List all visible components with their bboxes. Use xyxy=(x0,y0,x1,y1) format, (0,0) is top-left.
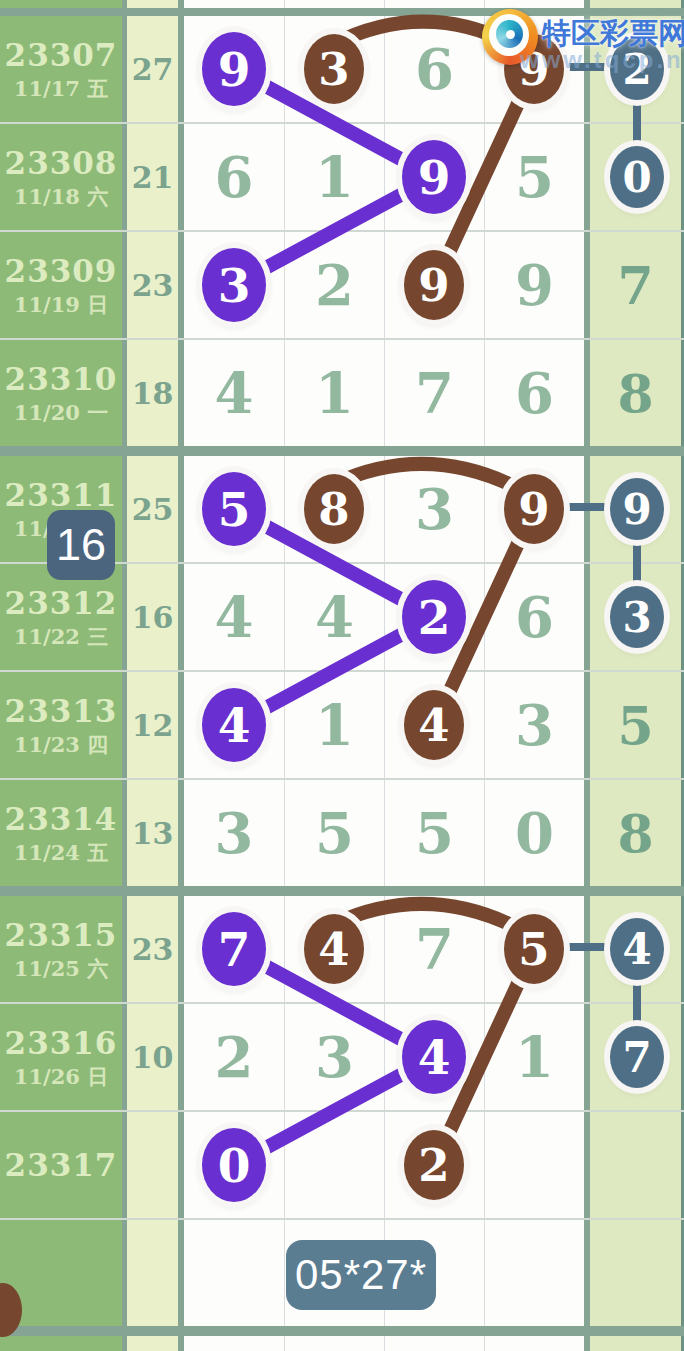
sum-value: 13 xyxy=(132,816,174,851)
digit-cell: 6 xyxy=(184,124,284,230)
circled-digit-purple: 4 xyxy=(402,1020,466,1094)
digit-value: 3 xyxy=(215,800,254,866)
digit-cell xyxy=(484,1112,584,1218)
digit-cell: 5 xyxy=(484,124,584,230)
circled-digit-purple: 2 xyxy=(402,580,466,654)
issue-cell: 2331511/25 六 xyxy=(0,896,122,1002)
digit-cell xyxy=(384,1336,484,1351)
digit-value: 4 xyxy=(215,360,254,426)
circled-digit-purple: 3 xyxy=(202,248,266,322)
issue-cell: 2330911/19 日 xyxy=(0,232,122,338)
digit-cell xyxy=(484,1336,584,1351)
issue-date: 11/20 一 xyxy=(14,401,108,424)
digit-cell: 3 xyxy=(384,456,484,562)
circled-digit-blue: 0 xyxy=(610,146,664,208)
circled-digit-brown: 9 xyxy=(504,474,564,544)
digit-value: 5 xyxy=(415,800,454,866)
issue-date: 11/26 日 xyxy=(14,1065,108,1088)
digit-value: 1 xyxy=(315,692,354,758)
digit-cell xyxy=(184,0,284,8)
issue-cell: 2330711/17 五 xyxy=(0,16,122,122)
sum-value: 12 xyxy=(132,708,174,743)
issue-number: 23311 xyxy=(5,478,118,512)
tail-cell: 5 xyxy=(590,672,684,778)
circled-digit-brown: 2 xyxy=(404,1130,464,1200)
tail-cell xyxy=(590,1336,684,1351)
sum-value: 23 xyxy=(132,932,174,967)
issue-number: 23307 xyxy=(5,38,118,72)
issue-number: 23315 xyxy=(5,918,118,952)
digit-value: 5 xyxy=(617,695,653,756)
circled-digit-purple: 9 xyxy=(202,32,266,106)
digit-value: 8 xyxy=(617,363,653,424)
digit-cell: 1 xyxy=(284,124,384,230)
prediction-badge: 05*27* xyxy=(286,1240,436,1310)
digit-cell: 2 xyxy=(184,1004,284,1110)
digit-cell xyxy=(484,0,584,8)
sum-cell xyxy=(127,0,178,8)
circled-digit-brown: 3 xyxy=(304,34,364,104)
issue-cell: 2331611/26 日 xyxy=(0,1004,122,1110)
issue-cell: 2331311/23 四 xyxy=(0,672,122,778)
sum-value: 18 xyxy=(132,376,174,411)
digit-cell: 2 xyxy=(284,232,384,338)
circled-digit-blue: 3 xyxy=(610,586,664,648)
digit-cell: 3 xyxy=(484,672,584,778)
digit-value: 6 xyxy=(215,144,254,210)
digit-cell: 7 xyxy=(384,340,484,446)
circled-digit-blue: 7 xyxy=(610,1026,664,1088)
digit-cell: 1 xyxy=(284,340,384,446)
sum-cell: 27 xyxy=(127,16,178,122)
tail-cell: 8 xyxy=(590,340,684,446)
digit-value: 2 xyxy=(315,252,354,318)
digit-value: 7 xyxy=(617,255,653,316)
row-23310: 2331011/20 一1841768 xyxy=(0,340,684,446)
issue-cell: 23317 xyxy=(0,1112,122,1218)
sum-cell xyxy=(127,1336,178,1351)
digit-cell: 6 xyxy=(484,340,584,446)
grid-rows: 2330711/17 五2762330811/18 六216152330911/… xyxy=(0,0,684,1351)
issue-number: 23314 xyxy=(5,802,118,836)
sum-cell: 21 xyxy=(127,124,178,230)
row-23314: 2331411/24 五1335508 xyxy=(0,780,684,886)
digit-value: 7 xyxy=(415,916,454,982)
digit-value: 0 xyxy=(515,800,554,866)
digit-value: 7 xyxy=(415,360,454,426)
sum-value: 23 xyxy=(132,268,174,303)
row-23309: 2330911/19 日23297 xyxy=(0,232,684,338)
issue-number: 23309 xyxy=(5,254,118,288)
sum-value: 16 xyxy=(132,600,174,635)
circled-digit-purple: 9 xyxy=(402,140,466,214)
digit-cell xyxy=(284,0,384,8)
issue-date: 11/23 四 xyxy=(14,733,108,756)
circled-digit-brown: 4 xyxy=(304,914,364,984)
digit-value: 3 xyxy=(515,692,554,758)
group-separator xyxy=(0,8,684,16)
tail-cell xyxy=(590,0,684,8)
sum-cell: 25 xyxy=(127,456,178,562)
digit-value: 1 xyxy=(515,1024,554,1090)
issue-cell xyxy=(0,0,122,8)
circled-digit-brown: 8 xyxy=(304,474,364,544)
sum-cell: 10 xyxy=(127,1004,178,1110)
issue-number: 23317 xyxy=(5,1148,118,1182)
circled-digit-purple: 7 xyxy=(202,912,266,986)
digit-cell: 5 xyxy=(384,780,484,886)
digit-cell: 4 xyxy=(184,564,284,670)
issue-number: 23312 xyxy=(5,586,118,620)
sum-value: 21 xyxy=(132,160,174,195)
digit-cell: 6 xyxy=(384,16,484,122)
sum-cell xyxy=(127,1112,178,1218)
circled-digit-blue: 4 xyxy=(610,918,664,980)
tail-cell xyxy=(590,1112,684,1218)
digit-cell: 4 xyxy=(284,564,384,670)
digit-value: 6 xyxy=(515,360,554,426)
sum-value: 10 xyxy=(132,1040,174,1075)
digit-cell xyxy=(484,1220,584,1326)
issue-cell: 2331011/20 一 xyxy=(0,340,122,446)
tail-cell: 8 xyxy=(590,780,684,886)
issue-date: 11/22 三 xyxy=(14,625,108,648)
lottery-trend-chart: 2330711/17 五2762330811/18 六216152330911/… xyxy=(0,0,684,1351)
digit-value: 5 xyxy=(515,144,554,210)
circled-digit-blue: 2 xyxy=(610,38,664,100)
circled-digit-purple: 0 xyxy=(202,1128,266,1202)
circled-digit-brown: 4 xyxy=(404,690,464,760)
issue-cell: 2330811/18 六 xyxy=(0,124,122,230)
row-23316: 2331611/26 日10231 xyxy=(0,1004,684,1110)
digit-value: 1 xyxy=(315,144,354,210)
digit-value: 3 xyxy=(315,1024,354,1090)
digit-cell: 5 xyxy=(284,780,384,886)
issue-date: 11/19 日 xyxy=(14,293,108,316)
digit-cell xyxy=(184,1220,284,1326)
digit-value: 5 xyxy=(315,800,354,866)
digit-cell: 0 xyxy=(484,780,584,886)
sum-cell: 18 xyxy=(127,340,178,446)
group-separator xyxy=(0,1326,684,1336)
count-badge: 16 xyxy=(47,510,115,580)
circled-digit-purple: 5 xyxy=(202,472,266,546)
digit-cell: 3 xyxy=(184,780,284,886)
digit-value: 4 xyxy=(315,584,354,650)
issue-number: 23308 xyxy=(5,146,118,180)
sum-cell xyxy=(127,1220,178,1326)
sum-value: 27 xyxy=(132,52,174,87)
digit-cell xyxy=(384,0,484,8)
digit-value: 2 xyxy=(215,1024,254,1090)
table-row xyxy=(0,1336,684,1351)
sum-cell: 23 xyxy=(127,896,178,1002)
digit-cell: 1 xyxy=(284,672,384,778)
circled-digit-brown: 9 xyxy=(504,34,564,104)
issue-cell xyxy=(0,1336,122,1351)
row-23313: 2331311/23 四12135 xyxy=(0,672,684,778)
digit-value: 6 xyxy=(415,36,454,102)
row-23317: 23317 xyxy=(0,1112,684,1218)
issue-date: 11/25 六 xyxy=(14,957,108,980)
circled-digit-brown: 9 xyxy=(404,250,464,320)
digit-cell: 3 xyxy=(284,1004,384,1110)
tail-cell: 7 xyxy=(590,232,684,338)
table-row xyxy=(0,0,684,8)
digit-cell xyxy=(184,1336,284,1351)
group-separator xyxy=(0,886,684,896)
digit-value: 6 xyxy=(515,584,554,650)
issue-cell: 2331411/24 五 xyxy=(0,780,122,886)
issue-number: 23313 xyxy=(5,694,118,728)
digit-value: 1 xyxy=(315,360,354,426)
sum-cell: 12 xyxy=(127,672,178,778)
circled-digit-brown: 5 xyxy=(504,914,564,984)
tail-cell xyxy=(590,1220,684,1326)
issue-date: 11/17 五 xyxy=(14,77,108,100)
digit-cell: 6 xyxy=(484,564,584,670)
issue-date: 11/24 五 xyxy=(14,841,108,864)
digit-value: 3 xyxy=(415,476,454,542)
digit-cell: 9 xyxy=(484,232,584,338)
issue-date: 11/18 六 xyxy=(14,185,108,208)
row-23308: 2330811/18 六21615 xyxy=(0,124,684,230)
digit-value: 4 xyxy=(215,584,254,650)
digit-cell xyxy=(284,1112,384,1218)
circled-digit-blue: 9 xyxy=(610,478,664,540)
issue-number: 23316 xyxy=(5,1026,118,1060)
sum-cell: 23 xyxy=(127,232,178,338)
sum-value: 25 xyxy=(132,492,174,527)
sum-cell: 13 xyxy=(127,780,178,886)
circled-digit-purple: 4 xyxy=(202,688,266,762)
issue-number: 23310 xyxy=(5,362,118,396)
digit-cell: 7 xyxy=(384,896,484,1002)
digit-cell: 4 xyxy=(184,340,284,446)
group-separator xyxy=(0,446,684,456)
digit-cell: 1 xyxy=(484,1004,584,1110)
digit-value: 8 xyxy=(617,803,653,864)
sum-cell: 16 xyxy=(127,564,178,670)
digit-value: 9 xyxy=(515,252,554,318)
digit-cell xyxy=(284,1336,384,1351)
